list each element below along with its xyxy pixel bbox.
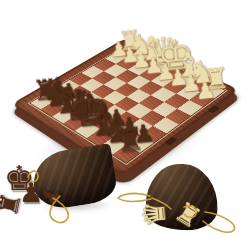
chess-board-grid: ♜♟♟♜♞♟♟♞♝♟♟♝♛♟♟♛♚♟♟♚♝♟♟♝♞♟♟♞♜♟♟♜: [29, 45, 226, 164]
white-rook: ♜: [103, 25, 156, 56]
square-r4c3: [114, 97, 139, 112]
black-king-loose: ♚: [4, 161, 34, 195]
white-rook: ♜: [186, 62, 245, 96]
product-photo: ♜♟♟♜♞♟♟♞♝♟♟♝♛♟♟♛♚♟♟♚♝♟♟♝♞♟♟♞♜♟♟♜ ♚ ♟ ♜ ♟…: [0, 0, 250, 250]
chess-board: ♜♟♟♜♞♟♟♞♝♟♟♝♛♟♟♛♚♟♟♚♝♟♟♝♞♟♟♞♜♟♟♜: [11, 38, 239, 176]
board-latch: [169, 57, 183, 64]
right-pouch: [145, 163, 219, 231]
black-rook-lying: ♜: [0, 190, 25, 219]
square-r2c2: [78, 92, 102, 106]
board-frame: ♜♟♟♜♞♟♟♞♝♟♟♝♛♟♟♛♚♟♟♚♝♟♟♝♞♟♟♞♜♟♟♜: [11, 38, 239, 176]
square-r4c0: ♚: [75, 122, 101, 138]
white-queen: ♛: [135, 30, 192, 72]
left-pouch: [29, 143, 119, 212]
